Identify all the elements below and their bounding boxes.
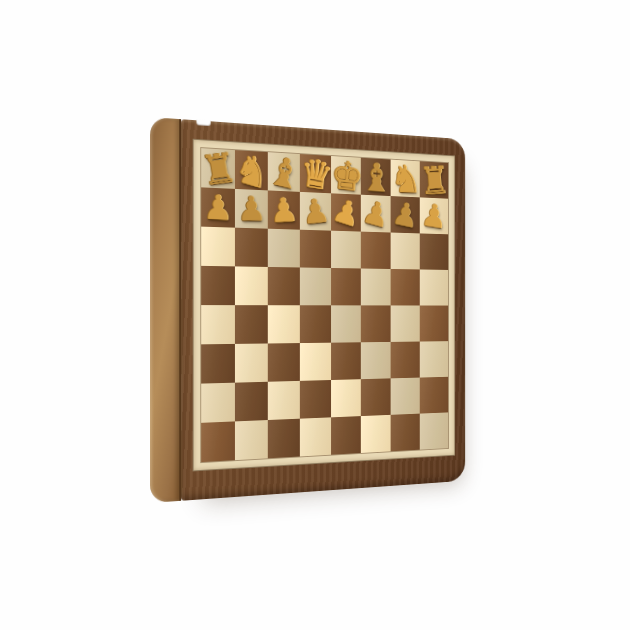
- square-g8: ♞: [391, 160, 420, 198]
- square-c5: [268, 267, 300, 305]
- square-b8: ♞: [235, 150, 268, 190]
- square-h6: [420, 233, 448, 270]
- square-g4: [391, 305, 420, 341]
- piece-knight-g8: ♞: [390, 160, 420, 198]
- piece-pawn-a7: ♟: [201, 190, 235, 226]
- square-f2: [361, 378, 391, 416]
- piece-pawn-b7: ♟: [234, 192, 268, 226]
- piece-king-e8: ♚: [329, 155, 362, 198]
- piece-pawn-d7: ♟: [298, 194, 333, 230]
- square-a6: [201, 227, 235, 267]
- square-d3: [299, 343, 330, 381]
- square-c7: ♟: [268, 190, 300, 229]
- box-front: ♜♞♝♛♚♝♞♜♟♟♟♟♟♟♟♟: [181, 119, 465, 501]
- square-e1: [331, 416, 361, 455]
- square-a4: [201, 305, 235, 344]
- square-b4: [235, 305, 268, 344]
- square-a8: ♜: [201, 148, 235, 189]
- square-c4: [268, 305, 300, 343]
- square-c2: [268, 381, 300, 420]
- hinge-notch: [196, 119, 210, 126]
- square-g2: [391, 378, 420, 415]
- square-h4: [420, 305, 448, 341]
- square-f7: ♟: [361, 195, 391, 233]
- square-f4: [361, 305, 391, 342]
- square-c3: [268, 343, 300, 382]
- square-e4: [331, 305, 361, 342]
- square-h3: [420, 341, 448, 377]
- square-g6: [391, 233, 420, 270]
- square-g3: [391, 342, 420, 379]
- piece-pawn-e7: ♟: [327, 193, 364, 234]
- square-h1: [420, 412, 448, 449]
- square-e5: [331, 268, 361, 305]
- square-d1: [299, 417, 330, 456]
- box-side-panel: [150, 117, 181, 503]
- piece-bishop-f8: ♝: [361, 158, 391, 199]
- square-b6: [235, 228, 268, 267]
- piece-pawn-g7: ♟: [389, 197, 422, 234]
- piece-rook-a8: ♜: [198, 147, 238, 192]
- product-photo: ♜♞♝♛♚♝♞♜♟♟♟♟♟♟♟♟: [0, 0, 630, 630]
- square-a2: [201, 383, 235, 423]
- square-f5: [361, 268, 391, 305]
- square-c6: [268, 229, 300, 268]
- square-f1: [361, 415, 391, 453]
- square-g7: ♟: [391, 196, 420, 233]
- piece-bishop-c8: ♝: [265, 150, 303, 197]
- piece-pawn-h7: ♟: [418, 199, 449, 235]
- square-c8: ♝: [268, 152, 300, 192]
- chess-board: ♜♞♝♛♚♝♞♜♟♟♟♟♟♟♟♟: [200, 147, 449, 463]
- square-e7: ♟: [331, 193, 361, 231]
- piece-rook-h8: ♜: [418, 162, 449, 201]
- square-d7: ♟: [299, 192, 330, 231]
- square-e2: [331, 379, 361, 417]
- square-e6: [331, 231, 361, 269]
- chess-box: ♜♞♝♛♚♝♞♜♟♟♟♟♟♟♟♟: [150, 117, 465, 503]
- square-e8: ♚: [331, 156, 361, 195]
- board-border: ♜♞♝♛♚♝♞♜♟♟♟♟♟♟♟♟: [193, 139, 456, 472]
- square-e3: [331, 342, 361, 380]
- square-b2: [235, 382, 268, 422]
- square-h5: [420, 269, 448, 305]
- square-h2: [420, 377, 448, 414]
- square-f3: [361, 342, 391, 379]
- piece-pawn-f7: ♟: [358, 195, 393, 234]
- square-b3: [235, 343, 268, 382]
- square-d8: ♛: [299, 154, 330, 193]
- square-d2: [299, 380, 330, 419]
- square-h8: ♜: [420, 161, 448, 198]
- piece-pawn-c7: ♟: [266, 193, 301, 228]
- square-b5: [235, 266, 268, 305]
- square-a1: [201, 421, 235, 462]
- square-g1: [391, 414, 420, 452]
- square-a5: [201, 266, 235, 305]
- square-a7: ♟: [201, 187, 235, 227]
- piece-queen-d8: ♛: [297, 152, 332, 197]
- square-f8: ♝: [361, 158, 391, 196]
- square-f6: [361, 232, 391, 269]
- square-d4: [299, 305, 330, 343]
- square-d6: [299, 230, 330, 268]
- square-d5: [299, 267, 330, 305]
- square-b7: ♟: [235, 189, 268, 229]
- square-a3: [201, 344, 235, 384]
- square-g5: [391, 269, 420, 306]
- square-h7: ♟: [420, 197, 448, 234]
- square-b1: [235, 420, 268, 460]
- square-c1: [268, 419, 300, 459]
